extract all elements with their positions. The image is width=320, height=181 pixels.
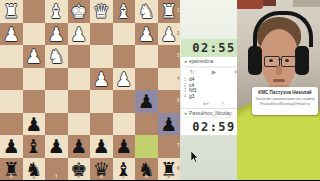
square-e1[interactable]: ♚ xyxy=(68,0,91,23)
square-f6[interactable] xyxy=(45,113,68,136)
square-b3[interactable] xyxy=(135,45,158,68)
refresh-icon[interactable]: ↻ xyxy=(190,67,195,77)
square-d1[interactable]: ♛ xyxy=(90,0,113,23)
square-g7[interactable]: ♝ xyxy=(23,135,46,158)
file-label: f xyxy=(45,175,68,180)
move-number: 3 xyxy=(181,88,189,93)
square-f1[interactable]: ♝ xyxy=(45,0,68,23)
square-h7[interactable]: ♟ xyxy=(0,135,23,158)
square-e4[interactable] xyxy=(68,68,91,91)
square-d6[interactable] xyxy=(90,113,113,136)
white-rook[interactable]: ♜ xyxy=(0,0,23,23)
mouse-cursor xyxy=(191,149,199,167)
white-bishop[interactable]: ♝ xyxy=(45,0,68,23)
square-c3[interactable] xyxy=(113,45,136,68)
white-king[interactable]: ♚ xyxy=(68,0,91,23)
black-pawn[interactable]: ♟ xyxy=(158,113,181,136)
square-d2[interactable] xyxy=(90,23,113,46)
black-clock-time: 02:59 xyxy=(192,120,236,134)
white-move[interactable]: c4 xyxy=(189,83,211,88)
eye xyxy=(269,59,273,62)
square-b2[interactable]: ♟ xyxy=(135,23,158,46)
square-d7[interactable]: ♟ xyxy=(90,135,113,158)
square-e2[interactable]: ♟ xyxy=(68,23,91,46)
black-pawn[interactable]: ♟ xyxy=(135,90,158,113)
square-b4[interactable] xyxy=(135,68,158,91)
black-player-name: Pastukhov_Nicolay xyxy=(189,109,232,118)
white-bishop[interactable]: ♝ xyxy=(113,0,136,23)
white-pawn[interactable]: ♟ xyxy=(158,23,181,46)
square-g6[interactable]: ♟ xyxy=(23,113,46,136)
square-c7[interactable]: ♟ xyxy=(113,135,136,158)
square-a3[interactable]: 3 xyxy=(158,45,181,68)
square-g8[interactable]: ♞g xyxy=(23,158,46,181)
square-h5[interactable] xyxy=(0,90,23,113)
square-h6[interactable] xyxy=(0,113,23,136)
black-queen[interactable]: ♛ xyxy=(90,158,113,181)
play-icon[interactable]: ▶ xyxy=(212,67,217,77)
white-move[interactable]: Nf3 xyxy=(189,88,211,93)
black-pawn[interactable]: ♟ xyxy=(0,135,23,158)
black-rook[interactable]: ♜ xyxy=(0,158,23,181)
square-f2[interactable]: ♟ xyxy=(45,23,68,46)
square-g4[interactable] xyxy=(23,68,46,91)
mouth xyxy=(273,79,285,82)
white-pawn[interactable]: ♟ xyxy=(90,68,113,91)
square-d5[interactable] xyxy=(90,90,113,113)
background-wall xyxy=(293,0,320,7)
square-a7[interactable]: 7 xyxy=(158,135,181,158)
square-c2[interactable] xyxy=(113,23,136,46)
square-h1[interactable]: ♜ xyxy=(0,0,23,23)
square-d8[interactable]: ♛d xyxy=(90,158,113,181)
headphone-earcup xyxy=(295,46,309,75)
black-bishop[interactable]: ♝ xyxy=(23,135,46,158)
undo-icon[interactable]: ↩ xyxy=(203,99,208,108)
presence-dot-icon: ● xyxy=(184,109,187,118)
white-knight[interactable]: ♞ xyxy=(135,0,158,23)
square-g1[interactable] xyxy=(23,0,46,23)
white-queen[interactable]: ♛ xyxy=(90,0,113,23)
square-a6[interactable]: ♟6 xyxy=(158,113,181,136)
square-b6[interactable] xyxy=(135,113,158,136)
headphones-band xyxy=(253,11,313,47)
tooltip-title: КМС Пастухов Николай xyxy=(252,90,318,96)
square-g2[interactable] xyxy=(23,23,46,46)
square-g3[interactable]: ♟ xyxy=(23,45,46,68)
square-b7[interactable] xyxy=(135,135,158,158)
white-pawn[interactable]: ♟ xyxy=(135,23,158,46)
white-move[interactable]: g3 xyxy=(189,94,211,99)
white-knight[interactable]: ♞ xyxy=(45,45,68,68)
square-a5[interactable]: 5 xyxy=(158,90,181,113)
white-pawn[interactable]: ♟ xyxy=(23,45,46,68)
square-c8[interactable]: ♝c xyxy=(113,158,136,181)
square-h2[interactable]: ♟ xyxy=(0,23,23,46)
headphone-earcup xyxy=(248,46,262,75)
black-pawn[interactable]: ♟ xyxy=(68,135,91,158)
square-h3[interactable] xyxy=(0,45,23,68)
black-knight[interactable]: ♞ xyxy=(23,158,46,181)
background-shelf xyxy=(237,0,263,9)
square-c1[interactable]: ♝ xyxy=(113,0,136,23)
white-rook[interactable]: ♜ xyxy=(158,0,181,23)
black-pawn[interactable]: ♟ xyxy=(45,135,68,158)
glasses-lens xyxy=(281,56,296,67)
white-clock-time: 02:55 xyxy=(192,41,236,55)
square-d3[interactable] xyxy=(90,45,113,68)
square-b5[interactable]: ♟ xyxy=(135,90,158,113)
square-h8[interactable]: ♜h xyxy=(0,158,23,181)
white-pawn[interactable]: ♟ xyxy=(113,68,136,91)
black-pawn[interactable]: ♟ xyxy=(90,135,113,158)
square-b8[interactable]: ♞b xyxy=(135,158,158,181)
white-move[interactable]: d4 xyxy=(189,77,211,82)
chess-board[interactable]: ♜♝♚♛♝♞♜1♟♟♟♟♟2♟♞3♟♟4♟5♟♟6♟♝♟♟♟♟7♜h♞gf♚e♛… xyxy=(0,0,180,180)
move-number: 2 xyxy=(181,83,189,88)
black-bishop[interactable]: ♝ xyxy=(113,158,136,181)
white-player-name: ejaimedina xyxy=(189,57,213,66)
square-e8[interactable]: ♚e xyxy=(68,158,91,181)
move-number: 4 xyxy=(181,94,189,99)
eye xyxy=(285,59,289,62)
square-e5[interactable] xyxy=(68,90,91,113)
square-e3[interactable] xyxy=(68,45,91,68)
square-a1[interactable]: ♜1 xyxy=(158,0,181,23)
square-a4[interactable]: 4 xyxy=(158,68,181,91)
black-pawn[interactable]: ♟ xyxy=(113,135,136,158)
square-f3[interactable]: ♞ xyxy=(45,45,68,68)
square-c6[interactable] xyxy=(113,113,136,136)
square-h4[interactable] xyxy=(0,68,23,91)
square-f7[interactable]: ♟ xyxy=(45,135,68,158)
player-info-tooltip: КМС Пастухов Николай Занятия шахматами п… xyxy=(252,87,318,115)
square-c5[interactable] xyxy=(113,90,136,113)
presence-dot-icon: ● xyxy=(184,57,187,66)
square-a2[interactable]: ♟2 xyxy=(158,23,181,46)
black-knight[interactable]: ♞ xyxy=(135,158,158,181)
tooltip-email: PastukhovNicolay@mail.ru xyxy=(252,101,318,107)
square-a8[interactable]: ♜a8 xyxy=(158,158,181,181)
square-g5[interactable] xyxy=(23,90,46,113)
square-c4[interactable]: ♟ xyxy=(113,68,136,91)
white-pawn[interactable]: ♟ xyxy=(68,23,91,46)
square-d4[interactable]: ♟ xyxy=(90,68,113,91)
square-f5[interactable] xyxy=(45,90,68,113)
square-b1[interactable]: ♞ xyxy=(135,0,158,23)
black-pawn[interactable]: ♟ xyxy=(23,113,46,136)
white-pawn[interactable]: ♟ xyxy=(0,23,23,46)
black-rook[interactable]: ♜ xyxy=(158,158,181,181)
square-f8[interactable]: f xyxy=(45,158,68,181)
black-king[interactable]: ♚ xyxy=(68,158,91,181)
nose xyxy=(276,66,282,75)
thumbs-up-icon[interactable]: ☝ xyxy=(221,99,225,108)
stream-frame: ♜♝♚♛♝♞♜1♟♟♟♟♟2♟♞3♟♟4♟5♟♟6♟♝♟♟♟♟7♜h♞gf♚e♛… xyxy=(0,0,320,180)
background-shelf xyxy=(263,0,276,6)
square-f4[interactable] xyxy=(45,68,68,91)
square-e6[interactable] xyxy=(68,113,91,136)
square-e7[interactable]: ♟ xyxy=(68,135,91,158)
move-number: 1 xyxy=(181,77,189,82)
white-pawn[interactable]: ♟ xyxy=(45,23,68,46)
